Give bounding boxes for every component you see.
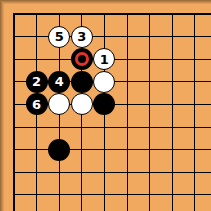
- stone-black-move-4: 4: [48, 71, 70, 93]
- stone-white: [48, 93, 70, 115]
- stone-black-move-6: 6: [26, 93, 48, 115]
- stone-white-move-3: 3: [71, 26, 93, 48]
- stone-white-move-5: 5: [48, 26, 70, 48]
- stone-black: [93, 93, 115, 115]
- stone-white: [71, 93, 93, 115]
- move-number-label: 2: [32, 75, 41, 88]
- move-number-label: 6: [32, 98, 41, 111]
- move-number-label: 5: [55, 30, 64, 43]
- move-number-label: 1: [100, 53, 109, 66]
- go-board-diagram: 531246: [0, 0, 211, 211]
- move-number-label: 4: [55, 75, 64, 88]
- stone-black: [71, 71, 93, 93]
- red-circle-marker-icon: [75, 52, 89, 66]
- stone-black-marked: [71, 48, 93, 70]
- stone-black: [48, 139, 70, 161]
- stone-black-move-2: 2: [26, 71, 48, 93]
- move-number-label: 3: [77, 30, 86, 43]
- stone-white-move-1: 1: [93, 48, 115, 70]
- stone-white: [93, 71, 115, 93]
- stones-layer: 531246: [3, 3, 206, 206]
